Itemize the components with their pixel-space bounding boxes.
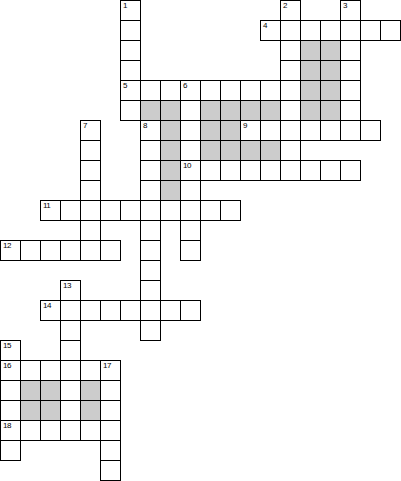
answer-cell[interactable] [340,40,361,61]
answer-cell[interactable] [100,240,121,261]
answer-cell[interactable] [340,120,361,141]
answer-cell[interactable] [60,380,81,401]
answer-cell[interactable] [120,300,141,321]
answer-cell[interactable] [140,300,161,321]
answer-cell[interactable] [300,20,321,41]
answer-cell[interactable] [60,360,81,381]
answer-cell[interactable] [280,60,301,81]
shaded-cell [40,400,61,421]
answer-cell[interactable] [100,300,121,321]
answer-cell[interactable] [80,160,101,181]
answer-cell[interactable] [140,320,161,341]
answer-cell[interactable] [20,420,41,441]
answer-cell[interactable]: 11 [40,200,61,221]
answer-cell[interactable] [0,380,21,401]
answer-cell[interactable] [300,160,321,181]
answer-cell[interactable] [340,60,361,81]
answer-cell[interactable]: 1 [120,0,141,21]
answer-cell[interactable] [100,380,121,401]
answer-cell[interactable] [100,400,121,421]
answer-cell[interactable] [20,360,41,381]
answer-cell[interactable] [280,140,301,161]
answer-cell[interactable]: 3 [340,0,361,21]
answer-cell[interactable] [140,180,161,201]
answer-cell[interactable] [260,160,281,181]
answer-cell[interactable] [200,80,221,101]
answer-cell[interactable] [180,300,201,321]
clue-number: 5 [123,81,127,90]
answer-cell[interactable] [60,400,81,421]
answer-cell[interactable] [80,360,101,381]
shaded-cell [200,120,221,141]
shaded-cell [160,140,181,161]
answer-cell[interactable] [60,420,81,441]
answer-cell[interactable] [200,200,221,221]
shaded-cell [300,100,321,121]
answer-cell[interactable] [320,20,341,41]
shaded-cell [160,120,181,141]
answer-cell[interactable] [60,240,81,261]
answer-cell[interactable] [220,80,241,101]
answer-cell[interactable] [140,80,161,101]
clue-number: 15 [3,341,11,350]
crossword-board: 123456789101112131415161718 [0,0,401,481]
answer-cell[interactable]: 4 [260,20,281,41]
answer-cell[interactable] [60,200,81,221]
answer-cell[interactable] [80,300,101,321]
answer-cell[interactable] [60,300,81,321]
answer-cell[interactable] [340,100,361,121]
shaded-cell [40,380,61,401]
clue-number: 18 [3,421,11,430]
answer-cell[interactable] [280,120,301,141]
clue-number: 8 [143,121,147,130]
answer-cell[interactable] [180,220,201,241]
clue-number: 16 [3,361,11,370]
answer-cell[interactable] [140,240,161,261]
answer-cell[interactable] [180,140,201,161]
clue-number: 9 [243,121,247,130]
answer-cell[interactable] [340,20,361,41]
shaded-cell [20,400,41,421]
answer-cell[interactable] [320,120,341,141]
answer-cell[interactable]: 8 [140,120,161,141]
answer-cell[interactable] [360,20,381,41]
answer-cell[interactable] [140,160,161,181]
answer-cell[interactable] [120,200,141,221]
shaded-cell [220,120,241,141]
clue-number: 4 [263,21,267,30]
answer-cell[interactable]: 17 [100,360,121,381]
shaded-cell [260,100,281,121]
shaded-cell [80,400,101,421]
answer-cell[interactable] [280,20,301,41]
answer-cell[interactable] [140,260,161,281]
clue-number: 14 [43,301,51,310]
answer-cell[interactable] [100,420,121,441]
shaded-cell [160,180,181,201]
answer-cell[interactable] [160,80,181,101]
answer-cell[interactable]: 15 [0,340,21,361]
answer-cell[interactable] [380,20,401,41]
shaded-cell [320,100,341,121]
answer-cell[interactable] [280,80,301,101]
answer-cell[interactable] [340,160,361,181]
answer-cell[interactable] [0,400,21,421]
answer-cell[interactable]: 6 [180,80,201,101]
answer-cell[interactable] [80,200,101,221]
answer-cell[interactable] [80,240,101,261]
answer-cell[interactable] [140,200,161,221]
answer-cell[interactable] [100,440,121,461]
answer-cell[interactable]: 14 [40,300,61,321]
answer-cell[interactable] [280,160,301,181]
answer-cell[interactable]: 13 [60,280,81,301]
answer-cell[interactable] [40,360,61,381]
answer-cell[interactable]: 7 [80,120,101,141]
answer-cell[interactable] [200,160,221,181]
shaded-cell [160,100,181,121]
answer-cell[interactable] [240,80,261,101]
shaded-cell [200,140,221,161]
answer-cell[interactable] [80,140,101,161]
answer-cell[interactable]: 16 [0,360,21,381]
answer-cell[interactable] [120,40,141,61]
clue-number: 11 [43,201,50,210]
answer-cell[interactable] [260,80,281,101]
answer-cell[interactable] [80,220,101,241]
shaded-cell [240,140,261,161]
shaded-cell [240,100,261,121]
shaded-cell [320,60,341,81]
answer-cell[interactable] [220,200,241,221]
answer-cell[interactable] [220,160,241,181]
answer-cell[interactable] [20,240,41,261]
answer-cell[interactable] [120,60,141,81]
shaded-cell [160,160,181,181]
answer-cell[interactable] [180,180,201,201]
shaded-cell [260,140,281,161]
answer-cell[interactable] [320,160,341,181]
answer-cell[interactable] [160,200,181,221]
clue-number: 7 [83,121,87,130]
answer-cell[interactable] [240,160,261,181]
answer-cell[interactable] [100,200,121,221]
clue-number: 10 [183,161,191,170]
answer-cell[interactable] [280,40,301,61]
shaded-cell [320,40,341,61]
answer-cell[interactable] [40,420,61,441]
answer-cell[interactable]: 9 [240,120,261,141]
answer-cell[interactable] [360,120,381,141]
clue-number: 2 [283,1,287,10]
answer-cell[interactable] [180,240,201,261]
answer-cell[interactable] [340,80,361,101]
clue-number: 6 [183,81,187,90]
shaded-cell [220,140,241,161]
clue-number: 3 [343,1,347,10]
answer-cell[interactable] [120,100,141,121]
answer-cell[interactable] [260,120,281,141]
answer-cell[interactable] [180,200,201,221]
answer-cell[interactable] [140,220,161,241]
shaded-cell [300,80,321,101]
answer-cell[interactable]: 5 [120,80,141,101]
clue-number: 13 [63,281,71,290]
answer-cell[interactable]: 18 [0,420,21,441]
answer-cell[interactable] [80,420,101,441]
answer-cell[interactable] [300,120,321,141]
answer-cell[interactable] [160,300,181,321]
answer-cell[interactable] [140,140,161,161]
shaded-cell [20,380,41,401]
shaded-cell [300,40,321,61]
answer-cell[interactable] [80,180,101,201]
clue-number: 12 [3,241,11,250]
answer-cell[interactable] [140,280,161,301]
shaded-cell [80,380,101,401]
shaded-cell [140,100,161,121]
shaded-cell [300,60,321,81]
answer-cell[interactable] [100,460,121,481]
answer-cell[interactable] [40,240,61,261]
answer-cell[interactable] [60,320,81,341]
answer-cell[interactable]: 10 [180,160,201,181]
clue-number: 17 [103,361,111,370]
shaded-cell [220,100,241,121]
answer-cell[interactable]: 12 [0,240,21,261]
answer-cell[interactable]: 2 [280,0,301,21]
clue-number: 1 [123,1,127,10]
shaded-cell [200,100,221,121]
answer-cell[interactable] [180,120,201,141]
answer-cell[interactable] [0,440,21,461]
answer-cell[interactable] [120,20,141,41]
answer-cell[interactable] [60,340,81,361]
answer-cell[interactable] [180,100,201,121]
shaded-cell [320,80,341,101]
answer-cell[interactable] [280,100,301,121]
